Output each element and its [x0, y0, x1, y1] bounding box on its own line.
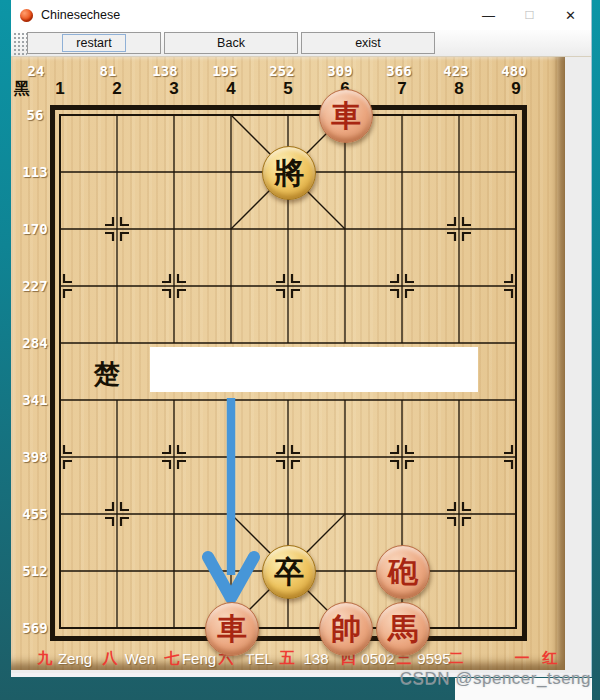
piece-red-車[interactable]: 車 — [205, 602, 259, 656]
app-icon — [20, 9, 33, 22]
top-file-number: 4 — [226, 79, 235, 99]
left-pixel-label: 569 — [22, 620, 47, 636]
top-file-number: 3 — [169, 79, 178, 99]
black-side-label: 黑 — [14, 79, 30, 100]
piece-black-卒[interactable]: 卒 — [262, 545, 316, 599]
piece-red-車[interactable]: 車 — [319, 89, 373, 143]
top-pixel-label: 309 — [327, 63, 352, 79]
maximize-icon[interactable]: ☐ — [509, 0, 550, 30]
svg-text:楚: 楚 — [93, 359, 121, 389]
focus-rectangle — [62, 34, 126, 52]
top-pixel-label: 423 — [443, 63, 468, 79]
left-pixel-label: 113 — [22, 164, 47, 180]
toolbar: restart Back exist — [11, 30, 591, 57]
top-file-number: 7 — [397, 79, 406, 99]
bottom-text-label: Wen — [125, 650, 156, 667]
exist-button[interactable]: exist — [301, 32, 435, 54]
caption-buttons: — ☐ ✕ — [468, 0, 591, 30]
bottom-file-label: 七 — [165, 649, 180, 668]
watermark: CSDN @spencer_tseng — [400, 669, 591, 689]
left-pixel-label: 56 — [27, 107, 44, 123]
window-title: Chinesechese — [41, 8, 120, 22]
bottom-text-label: TEL — [245, 650, 273, 667]
top-file-number: 1 — [55, 79, 64, 99]
top-file-number: 2 — [112, 79, 121, 99]
left-pixel-label: 227 — [22, 278, 47, 294]
left-pixel-label: 512 — [22, 563, 47, 579]
bottom-file-label: 八 — [103, 649, 118, 668]
title-bar: Chinesechese — ☐ ✕ — [11, 0, 591, 30]
top-file-number: 5 — [283, 79, 292, 99]
bottom-text-label: 9595 — [417, 650, 450, 667]
exist-label: exist — [355, 36, 381, 50]
top-pixel-label: 366 — [386, 63, 411, 79]
top-pixel-label: 252 — [269, 63, 294, 79]
piece-red-帥[interactable]: 帥 — [319, 602, 373, 656]
left-pixel-label: 170 — [22, 221, 47, 237]
left-pixel-label: 284 — [22, 335, 47, 351]
left-pixel-label: 341 — [22, 392, 47, 408]
back-label: Back — [217, 36, 245, 50]
left-pixel-label: 398 — [22, 449, 47, 465]
close-icon[interactable]: ✕ — [550, 0, 591, 30]
top-pixel-label: 195 — [212, 63, 237, 79]
top-pixel-label: 480 — [501, 63, 526, 79]
left-pixel-label: 455 — [22, 506, 47, 522]
bottom-file-label: 二 — [449, 649, 464, 668]
bottom-file-label: 一 — [515, 649, 530, 668]
bottom-file-label: 五 — [280, 649, 295, 668]
top-file-number: 9 — [511, 79, 520, 99]
bottom-text-label: 138 — [303, 650, 328, 667]
desktop-background: Chinesechese — ☐ ✕ restart Back exist 楚 — [0, 0, 600, 700]
bottom-file-label: 九 — [38, 649, 53, 668]
piece-red-砲[interactable]: 砲 — [376, 545, 430, 599]
board-area: 楚 2481138195252309366423480123456789黑561… — [11, 57, 591, 673]
minimize-icon[interactable]: — — [468, 0, 509, 30]
piece-red-馬[interactable]: 馬 — [376, 602, 430, 656]
top-pixel-label: 24 — [28, 63, 45, 79]
bottom-file-label: 红 — [543, 649, 558, 668]
xiangqi-board[interactable]: 楚 2481138195252309366423480123456789黑561… — [11, 57, 565, 670]
toolbar-gripper[interactable] — [12, 31, 27, 56]
top-pixel-label: 81 — [100, 63, 117, 79]
top-pixel-label: 138 — [152, 63, 177, 79]
back-button[interactable]: Back — [164, 32, 298, 54]
app-window: Chinesechese — ☐ ✕ restart Back exist 楚 — [11, 0, 592, 677]
restart-button[interactable]: restart — [27, 32, 161, 54]
top-file-number: 8 — [454, 79, 463, 99]
piece-black-將[interactable]: 將 — [262, 146, 316, 200]
bottom-text-label: Zeng — [58, 650, 92, 667]
bottom-text-label: Feng — [182, 650, 216, 667]
